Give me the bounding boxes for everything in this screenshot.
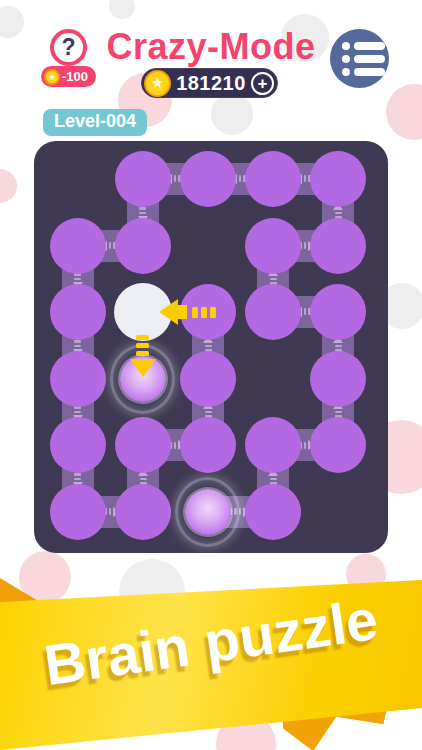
decor-circle — [211, 93, 253, 135]
cell-r1c2[interactable] — [110, 146, 175, 213]
cell-r4c5[interactable] — [305, 346, 370, 413]
page-title: Crazy-Mode — [90, 26, 332, 68]
path-dot[interactable] — [245, 284, 301, 340]
path-dot[interactable] — [115, 151, 171, 207]
cell-r5c3[interactable] — [175, 412, 240, 479]
cell-r5c5[interactable] — [305, 412, 370, 479]
help-button[interactable]: ? — [50, 29, 87, 66]
cell-r2c4[interactable] — [240, 213, 305, 280]
menu-icon — [342, 42, 385, 76]
path-dot[interactable] — [310, 151, 366, 207]
cell-r3c1[interactable] — [45, 279, 110, 346]
path-dot[interactable] — [180, 151, 236, 207]
cell-r1c3[interactable] — [175, 146, 240, 213]
hint-cost-badge[interactable]: ★ -100 — [41, 66, 96, 87]
dot-grid — [45, 146, 370, 545]
hint-arrow-down — [130, 335, 156, 377]
cell-r4c3[interactable] — [175, 346, 240, 413]
path-dot[interactable] — [50, 284, 106, 340]
decor-circle — [0, 169, 17, 203]
coin-balance-value: 181210 — [171, 72, 251, 95]
cell-r3c4[interactable] — [240, 279, 305, 346]
app-screen: ? ★ -100 Crazy-Mode ★ 181210 + Level-004… — [0, 0, 422, 750]
star-coin-icon: ★ — [144, 70, 171, 97]
path-dot[interactable] — [245, 218, 301, 274]
cell-r6c3[interactable] — [175, 479, 240, 546]
path-dot[interactable] — [245, 417, 301, 473]
path-dot[interactable] — [310, 218, 366, 274]
path-dot[interactable] — [50, 417, 106, 473]
path-dot[interactable] — [245, 151, 301, 207]
path-dot[interactable] — [310, 417, 366, 473]
cell-r1c4[interactable] — [240, 146, 305, 213]
path-dot[interactable] — [310, 351, 366, 407]
decor-circle — [0, 6, 24, 38]
path-dot[interactable] — [310, 284, 366, 340]
cell-r6c4[interactable] — [240, 479, 305, 546]
path-dot[interactable] — [180, 351, 236, 407]
promo-banner: Brain puzzle — [0, 575, 422, 750]
path-dot[interactable] — [115, 417, 171, 473]
decor-circle — [386, 84, 422, 140]
cell-r6c1[interactable] — [45, 479, 110, 546]
cell-r2c3 — [175, 213, 240, 280]
glow-core — [185, 489, 231, 535]
cell-r6c2[interactable] — [110, 479, 175, 546]
cell-r3c5[interactable] — [305, 279, 370, 346]
path-dot[interactable] — [180, 417, 236, 473]
path-dot[interactable] — [115, 218, 171, 274]
cell-r4c4 — [240, 346, 305, 413]
path-dot[interactable] — [115, 484, 171, 540]
cell-r1c5[interactable] — [305, 146, 370, 213]
path-dot[interactable] — [245, 484, 301, 540]
path-dot[interactable] — [50, 484, 106, 540]
cell-r1c1 — [45, 146, 110, 213]
cell-r5c2[interactable] — [110, 412, 175, 479]
cell-r2c5[interactable] — [305, 213, 370, 280]
cell-r2c2[interactable] — [110, 213, 175, 280]
coin-balance-pill[interactable]: ★ 181210 + — [141, 68, 278, 98]
hint-arrow-left — [159, 299, 219, 325]
cell-r4c1[interactable] — [45, 346, 110, 413]
menu-button[interactable] — [330, 29, 389, 88]
help-button-label: ? — [61, 34, 75, 61]
path-dot[interactable] — [50, 351, 106, 407]
glowing-endpoint-dot[interactable] — [175, 477, 240, 547]
add-coins-button[interactable]: + — [251, 72, 274, 95]
level-badge: Level-004 — [43, 109, 147, 136]
cell-r6c5 — [305, 479, 370, 546]
decor-circle — [109, 0, 135, 19]
cell-r5c4[interactable] — [240, 412, 305, 479]
board[interactable] — [34, 141, 388, 553]
hint-cost-value: -100 — [62, 69, 88, 84]
cell-r2c1[interactable] — [45, 213, 110, 280]
star-coin-icon: ★ — [44, 69, 60, 85]
cell-r5c1[interactable] — [45, 412, 110, 479]
path-dot[interactable] — [50, 218, 106, 274]
